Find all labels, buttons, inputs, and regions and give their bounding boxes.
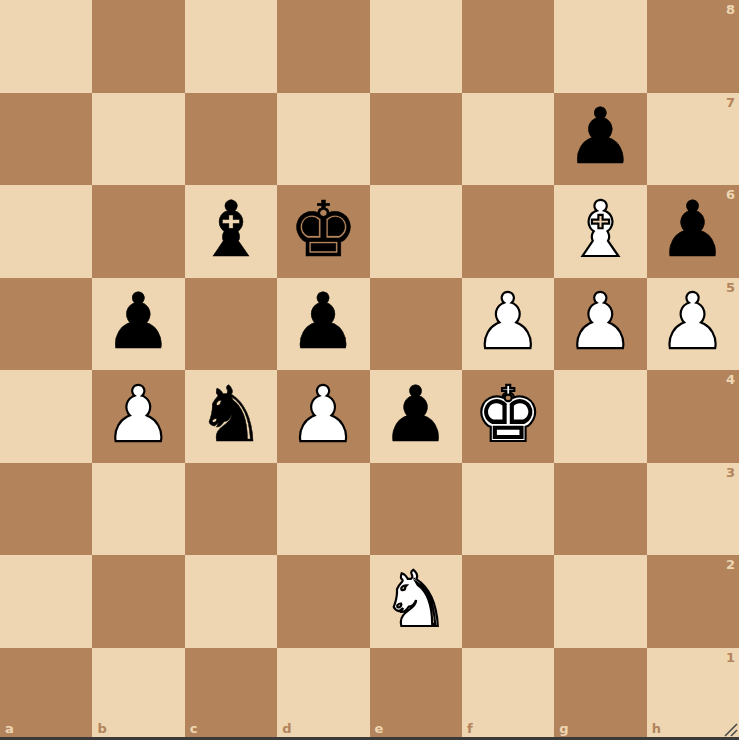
chess-board: 8♟7♝♚♝♟6♟♟♟♟♟5♟♞♟♟♚43♞2abcdefgh1 <box>0 0 739 740</box>
square-d6[interactable]: ♚ <box>277 185 369 278</box>
rank-label-6: 6 <box>726 188 735 201</box>
square-c1[interactable]: c <box>185 648 277 740</box>
file-label-g: g <box>559 722 568 735</box>
file-label-d: d <box>282 722 291 735</box>
piece-black-pawn[interactable]: ♟ <box>566 93 635 184</box>
square-e8[interactable] <box>370 0 462 93</box>
square-b5[interactable]: ♟ <box>92 278 184 371</box>
rank-label-3: 3 <box>726 466 735 479</box>
square-f3[interactable] <box>462 463 554 556</box>
square-d3[interactable] <box>277 463 369 556</box>
rank-label-2: 2 <box>726 558 735 571</box>
piece-black-pawn[interactable]: ♟ <box>658 185 727 276</box>
square-a4[interactable] <box>0 370 92 463</box>
square-f7[interactable] <box>462 93 554 186</box>
square-e1[interactable]: e <box>370 648 462 740</box>
piece-white-pawn[interactable]: ♟ <box>104 370 173 461</box>
rank-label-5: 5 <box>726 281 735 294</box>
file-label-f: f <box>467 722 473 735</box>
square-e6[interactable] <box>370 185 462 278</box>
piece-white-knight[interactable]: ♞ <box>381 555 450 646</box>
square-h6[interactable]: ♟6 <box>647 185 739 278</box>
square-c3[interactable] <box>185 463 277 556</box>
square-b6[interactable] <box>92 185 184 278</box>
square-h3[interactable]: 3 <box>647 463 739 556</box>
square-a8[interactable] <box>0 0 92 93</box>
square-h7[interactable]: 7 <box>647 93 739 186</box>
square-c5[interactable] <box>185 278 277 371</box>
square-c6[interactable]: ♝ <box>185 185 277 278</box>
resize-handle-icon[interactable] <box>722 721 738 737</box>
square-g2[interactable] <box>554 555 646 648</box>
file-label-h: h <box>652 722 661 735</box>
square-d7[interactable] <box>277 93 369 186</box>
piece-white-pawn[interactable]: ♟ <box>658 278 727 369</box>
square-g3[interactable] <box>554 463 646 556</box>
square-b2[interactable] <box>92 555 184 648</box>
square-b8[interactable] <box>92 0 184 93</box>
piece-white-king[interactable]: ♚ <box>474 370 543 461</box>
piece-white-pawn[interactable]: ♟ <box>566 278 635 369</box>
square-e7[interactable] <box>370 93 462 186</box>
rank-label-4: 4 <box>726 373 735 386</box>
piece-black-pawn[interactable]: ♟ <box>289 278 358 369</box>
square-g5[interactable]: ♟ <box>554 278 646 371</box>
square-a6[interactable] <box>0 185 92 278</box>
square-f6[interactable] <box>462 185 554 278</box>
square-g4[interactable] <box>554 370 646 463</box>
square-c4[interactable]: ♞ <box>185 370 277 463</box>
square-a2[interactable] <box>0 555 92 648</box>
square-e2[interactable]: ♞ <box>370 555 462 648</box>
square-b3[interactable] <box>92 463 184 556</box>
square-f2[interactable] <box>462 555 554 648</box>
piece-black-pawn[interactable]: ♟ <box>104 278 173 369</box>
square-b7[interactable] <box>92 93 184 186</box>
piece-white-pawn[interactable]: ♟ <box>474 278 543 369</box>
piece-black-king[interactable]: ♚ <box>289 185 358 276</box>
square-e3[interactable] <box>370 463 462 556</box>
square-h4[interactable]: 4 <box>647 370 739 463</box>
square-g1[interactable]: g <box>554 648 646 740</box>
square-c8[interactable] <box>185 0 277 93</box>
piece-black-knight[interactable]: ♞ <box>196 370 265 461</box>
square-g6[interactable]: ♝ <box>554 185 646 278</box>
square-d8[interactable] <box>277 0 369 93</box>
square-d4[interactable]: ♟ <box>277 370 369 463</box>
rank-label-8: 8 <box>726 3 735 16</box>
square-f8[interactable] <box>462 0 554 93</box>
square-e4[interactable]: ♟ <box>370 370 462 463</box>
piece-black-bishop[interactable]: ♝ <box>196 185 265 276</box>
square-f4[interactable]: ♚ <box>462 370 554 463</box>
chess-board-container: 8♟7♝♚♝♟6♟♟♟♟♟5♟♞♟♟♚43♞2abcdefgh1 <box>0 0 739 740</box>
square-d5[interactable]: ♟ <box>277 278 369 371</box>
square-g7[interactable]: ♟ <box>554 93 646 186</box>
square-b4[interactable]: ♟ <box>92 370 184 463</box>
rank-label-7: 7 <box>726 96 735 109</box>
square-a7[interactable] <box>0 93 92 186</box>
piece-black-pawn[interactable]: ♟ <box>381 370 450 461</box>
square-c2[interactable] <box>185 555 277 648</box>
square-c7[interactable] <box>185 93 277 186</box>
square-a3[interactable] <box>0 463 92 556</box>
square-g8[interactable] <box>554 0 646 93</box>
piece-white-bishop[interactable]: ♝ <box>566 185 635 276</box>
square-h2[interactable]: 2 <box>647 555 739 648</box>
file-label-a: a <box>5 722 14 735</box>
square-h5[interactable]: ♟5 <box>647 278 739 371</box>
piece-white-pawn[interactable]: ♟ <box>289 370 358 461</box>
file-label-c: c <box>190 722 198 735</box>
rank-label-1: 1 <box>726 651 735 664</box>
square-h8[interactable]: 8 <box>647 0 739 93</box>
square-a5[interactable] <box>0 278 92 371</box>
square-e5[interactable] <box>370 278 462 371</box>
square-b1[interactable]: b <box>92 648 184 740</box>
file-label-b: b <box>97 722 106 735</box>
square-d2[interactable] <box>277 555 369 648</box>
file-label-e: e <box>375 722 384 735</box>
square-f5[interactable]: ♟ <box>462 278 554 371</box>
square-d1[interactable]: d <box>277 648 369 740</box>
square-a1[interactable]: a <box>0 648 92 740</box>
square-f1[interactable]: f <box>462 648 554 740</box>
